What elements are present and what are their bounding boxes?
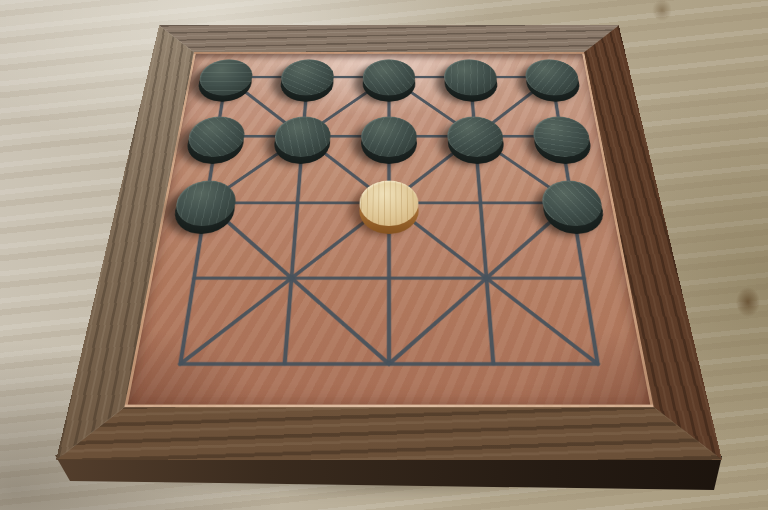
board-point-b5[interactable] [263,50,349,106]
dark-piece[interactable] [540,181,606,226]
piece-grain-texture [361,117,417,157]
board-point-d4[interactable] [431,106,522,169]
board-point-b4[interactable] [256,106,347,169]
board-point-c1[interactable] [335,320,443,412]
board-point-c4[interactable] [345,106,434,169]
dark-piece[interactable] [446,117,505,157]
board-point-d1[interactable] [439,320,551,412]
board-point-d5[interactable] [429,50,515,106]
dark-piece[interactable] [273,117,332,157]
board-point-b1[interactable] [227,320,339,412]
light-piece[interactable] [359,181,419,226]
dark-piece[interactable] [185,117,247,157]
piece-grain-texture [362,59,415,95]
game-board [56,25,722,460]
piece-top [361,117,417,157]
board-point-c2[interactable] [339,239,440,319]
table-surface [0,0,768,510]
dark-piece[interactable] [362,59,415,95]
board-point-a4[interactable] [167,106,263,169]
piece-grain-texture [359,181,419,226]
board-point-c3[interactable] [342,169,436,240]
dark-piece[interactable] [531,117,593,157]
dark-piece[interactable] [443,59,498,95]
dark-piece[interactable] [361,117,417,157]
board-point-e4[interactable] [515,106,611,169]
board-face [124,52,653,407]
board-point-a5[interactable] [180,50,270,106]
piece-top [359,181,419,226]
board-points [119,50,660,412]
dark-piece[interactable] [172,181,238,226]
dark-piece[interactable] [197,59,255,95]
board-point-b3[interactable] [247,169,344,240]
dark-piece[interactable] [523,59,581,95]
board-point-d3[interactable] [433,169,530,240]
piece-top [362,59,415,95]
board-point-b2[interactable] [238,239,342,319]
dark-piece[interactable] [279,59,334,95]
board-point-d2[interactable] [436,239,540,319]
board-point-e5[interactable] [508,50,598,106]
board-point-c5[interactable] [347,50,431,106]
